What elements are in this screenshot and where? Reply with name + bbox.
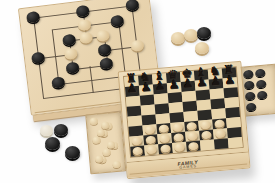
chess-square: [130, 145, 145, 156]
chess-square: [158, 143, 173, 154]
chess-piece-black-p: ♟: [224, 74, 236, 85]
chess-box-body: ♜♞♝♛♚♝♞♜♟♟♟♟♟♟♟♟ FAMILY GAMES: [118, 61, 251, 179]
chess-square: [144, 144, 159, 155]
chess-piece-black-p: ♟: [154, 80, 166, 91]
checker-light-wood: [159, 134, 170, 143]
chess-piece-black-p: ♟: [140, 81, 152, 92]
drawer-piece-light: [90, 117, 99, 125]
chess-square: [172, 142, 187, 153]
loose-disc-black: [54, 124, 68, 136]
loose-disc-black: [45, 137, 60, 150]
checker-light-wood: [160, 144, 171, 153]
drawer-piece-black: [245, 92, 256, 101]
loose-disc-black: [197, 27, 211, 39]
checker-light-wood: [158, 124, 169, 133]
loose-disc-light: [184, 29, 198, 41]
product-photo-stage: FAMILY GAMES ♜♞♝♛♚♝♞♜♟♟♟♟♟♟♟♟ FAMILY GAM…: [0, 0, 275, 183]
checker-light-wood: [214, 119, 225, 128]
chess-board-face: ♜♞♝♛♚♝♞♜♟♟♟♟♟♟♟♟: [119, 62, 248, 162]
chess-draughts-box: ♜♞♝♛♚♝♞♜♟♟♟♟♟♟♟♟ FAMILY GAMES: [105, 56, 260, 182]
drawer-piece-black: [246, 103, 257, 112]
chess-square: [214, 138, 229, 149]
chess-board: ♜♞♝♛♚♝♞♜♟♟♟♟♟♟♟♟: [123, 66, 244, 158]
checker-light-wood: [186, 122, 197, 131]
checker-light-wood: [132, 147, 143, 156]
chess-square: [200, 139, 215, 150]
drawer-piece-black: [256, 80, 267, 89]
loose-disc-black: [65, 146, 80, 159]
drawer-piece-light: [102, 148, 111, 156]
chess-square: [228, 137, 243, 148]
loose-disc-light: [171, 32, 185, 44]
chess-piece-black-p: ♟: [182, 77, 194, 88]
drawer-piece-light: [92, 136, 101, 144]
chess-piece-black-p: ♟: [196, 76, 208, 87]
checker-light-wood: [187, 132, 198, 141]
chess-piece-black-p: ♟: [210, 75, 222, 86]
checker-light-wood: [131, 137, 142, 146]
mill-piece-light: [130, 39, 144, 52]
loose-disc-cream: [40, 125, 53, 136]
checker-light-wood: [201, 131, 212, 140]
checker-light-wood: [188, 142, 199, 151]
drawer-piece-black: [255, 69, 266, 78]
checker-light-wood: [172, 123, 183, 132]
drawer-piece-light: [112, 161, 121, 169]
checker-light-wood: [200, 121, 211, 130]
drawer-piece-black: [243, 70, 254, 79]
checker-light-wood: [173, 133, 184, 142]
chess-piece-black-p: ♟: [168, 79, 180, 90]
drawer-left-light-pieces: [85, 111, 126, 174]
checker-light-wood: [144, 126, 155, 135]
loose-disc-light: [195, 42, 209, 54]
chess-square: [186, 141, 201, 152]
checker-light-wood: [174, 143, 185, 152]
checker-light-wood: [145, 135, 156, 144]
drawer-piece-black: [244, 81, 255, 90]
chess-piece-black-p: ♟: [126, 82, 138, 93]
checker-light-wood: [146, 145, 157, 154]
mill-piece-black: [125, 0, 139, 11]
checker-light-wood: [215, 129, 226, 138]
drawer-piece-black: [257, 91, 268, 100]
